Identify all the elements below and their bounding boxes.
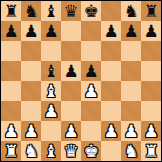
square-e2[interactable] [81, 121, 101, 141]
square-a4[interactable] [1, 81, 21, 101]
square-g3[interactable] [121, 101, 141, 121]
square-h4[interactable] [141, 81, 161, 101]
square-c3[interactable]: ♟ [41, 101, 61, 121]
square-c2[interactable] [41, 121, 61, 141]
square-e3[interactable] [81, 101, 101, 121]
black-pawn: ♟ [23, 21, 38, 41]
black-knight: ♞ [123, 1, 138, 21]
square-b7[interactable]: ♟ [21, 21, 41, 41]
square-g4[interactable] [121, 81, 141, 101]
black-rook: ♜ [143, 1, 158, 21]
square-h2[interactable]: ♟ [141, 121, 161, 141]
square-g8[interactable]: ♞ [121, 1, 141, 21]
white-pawn: ♟ [63, 121, 78, 141]
square-c6[interactable] [41, 41, 61, 61]
square-a3[interactable] [1, 101, 21, 121]
square-f8[interactable] [101, 1, 121, 21]
square-d1[interactable]: ♛ [61, 141, 81, 161]
white-pawn: ♟ [3, 121, 18, 141]
square-a7[interactable]: ♟ [1, 21, 21, 41]
square-e8[interactable]: ♚ [81, 1, 101, 21]
square-g5[interactable] [121, 61, 141, 81]
square-a8[interactable]: ♜ [1, 1, 21, 21]
square-g1[interactable]: ♞ [121, 141, 141, 161]
square-d8[interactable]: ♛ [61, 1, 81, 21]
square-a5[interactable] [1, 61, 21, 81]
black-pawn: ♟ [3, 21, 18, 41]
square-f7[interactable]: ♟ [101, 21, 121, 41]
square-h3[interactable] [141, 101, 161, 121]
black-bishop: ♝ [43, 61, 58, 81]
square-b5[interactable] [21, 61, 41, 81]
square-d6[interactable] [61, 41, 81, 61]
black-king: ♚ [83, 1, 98, 21]
black-pawn: ♟ [103, 21, 118, 41]
white-pawn: ♟ [143, 121, 158, 141]
square-b4[interactable] [21, 81, 41, 101]
square-b2[interactable]: ♟ [21, 121, 41, 141]
black-pawn: ♟ [83, 61, 98, 81]
square-f2[interactable]: ♟ [101, 121, 121, 141]
black-queen: ♛ [63, 1, 78, 21]
white-rook: ♜ [3, 141, 18, 161]
white-pawn: ♟ [103, 121, 118, 141]
square-d3[interactable] [61, 101, 81, 121]
white-pawn: ♟ [83, 81, 98, 101]
square-b6[interactable] [21, 41, 41, 61]
square-e5[interactable]: ♟ [81, 61, 101, 81]
square-c8[interactable]: ♝ [41, 1, 61, 21]
square-b8[interactable]: ♞ [21, 1, 41, 21]
square-f5[interactable] [101, 61, 121, 81]
black-pawn: ♟ [123, 21, 138, 41]
square-c7[interactable]: ♟ [41, 21, 61, 41]
chess-board: ♜♞♝♛♚♞♜♟♟♟♟♟♟♝♟♟♝♟♟♟♟♟♟♟♟♜♞♝♛♚♞♜ [0, 0, 162, 162]
square-h7[interactable]: ♟ [141, 21, 161, 41]
white-rook: ♜ [143, 141, 158, 161]
square-f1[interactable] [101, 141, 121, 161]
black-bishop: ♝ [43, 1, 58, 21]
square-a2[interactable]: ♟ [1, 121, 21, 141]
square-b3[interactable] [21, 101, 41, 121]
square-g6[interactable] [121, 41, 141, 61]
black-pawn: ♟ [143, 21, 158, 41]
white-queen: ♛ [63, 141, 78, 161]
black-rook: ♜ [3, 1, 18, 21]
white-pawn: ♟ [23, 121, 38, 141]
square-c1[interactable]: ♝ [41, 141, 61, 161]
square-h1[interactable]: ♜ [141, 141, 161, 161]
black-knight: ♞ [23, 1, 38, 21]
square-e7[interactable] [81, 21, 101, 41]
square-h5[interactable] [141, 61, 161, 81]
square-d2[interactable]: ♟ [61, 121, 81, 141]
square-f3[interactable] [101, 101, 121, 121]
square-c5[interactable]: ♝ [41, 61, 61, 81]
square-e6[interactable] [81, 41, 101, 61]
square-f6[interactable] [101, 41, 121, 61]
square-a1[interactable]: ♜ [1, 141, 21, 161]
white-knight: ♞ [123, 141, 138, 161]
square-e1[interactable]: ♚ [81, 141, 101, 161]
square-g7[interactable]: ♟ [121, 21, 141, 41]
white-pawn: ♟ [123, 121, 138, 141]
square-g2[interactable]: ♟ [121, 121, 141, 141]
square-c4[interactable]: ♝ [41, 81, 61, 101]
white-pawn: ♟ [43, 101, 58, 121]
white-knight: ♞ [23, 141, 38, 161]
square-h6[interactable] [141, 41, 161, 61]
square-d7[interactable] [61, 21, 81, 41]
white-king: ♚ [83, 141, 98, 161]
white-bishop: ♝ [43, 81, 58, 101]
black-pawn: ♟ [63, 61, 78, 81]
black-pawn: ♟ [43, 21, 58, 41]
square-h8[interactable]: ♜ [141, 1, 161, 21]
square-d4[interactable] [61, 81, 81, 101]
square-d5[interactable]: ♟ [61, 61, 81, 81]
square-f4[interactable] [101, 81, 121, 101]
square-a6[interactable] [1, 41, 21, 61]
square-b1[interactable]: ♞ [21, 141, 41, 161]
white-bishop: ♝ [43, 141, 58, 161]
square-e4[interactable]: ♟ [81, 81, 101, 101]
